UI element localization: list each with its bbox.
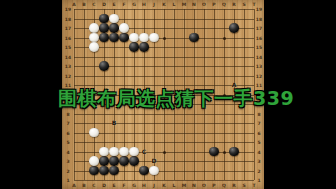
coordinate-label-right: 1 [257, 178, 260, 183]
coordinate-label-left: 3 [66, 159, 69, 164]
coordinate-label-top: C [92, 1, 95, 6]
coordinate-label-right: 14 [256, 54, 262, 59]
black-stone [99, 33, 109, 43]
star-point [223, 37, 226, 40]
coordinate-label-top: N [192, 1, 196, 6]
black-stone [99, 166, 109, 176]
coordinate-label-right: 15 [256, 45, 262, 50]
black-stone [99, 156, 109, 166]
coordinate-label-top: E [112, 1, 115, 6]
coordinate-label-left: 13 [65, 64, 71, 69]
coordinate-label-top: H [142, 1, 146, 6]
coordinate-label-bottom: M [182, 183, 186, 188]
grid-line-horizontal [74, 114, 254, 115]
coordinate-label-bottom: R [232, 183, 235, 188]
coordinate-label-bottom: O [202, 183, 206, 188]
move-candidate-B[interactable]: B [112, 120, 117, 126]
white-stone [99, 147, 109, 157]
black-stone [229, 147, 239, 157]
white-stone [119, 147, 129, 157]
coordinate-label-left: 4 [66, 149, 69, 154]
coordinate-label-left: 16 [65, 35, 71, 40]
coordinate-label-left: 1 [66, 178, 69, 183]
coordinate-label-bottom: J [153, 183, 155, 188]
coordinate-label-bottom: N [192, 183, 196, 188]
black-stone [189, 33, 199, 43]
grid-line-horizontal [74, 133, 254, 134]
letterbox-left [0, 0, 62, 189]
coordinate-label-left: 18 [65, 16, 71, 21]
black-stone [99, 61, 109, 71]
coordinate-label-bottom: P [212, 183, 215, 188]
coordinate-label-bottom: K [162, 183, 166, 188]
coordinate-label-right: 3 [257, 159, 260, 164]
coordinate-label-left: 5 [66, 140, 69, 145]
coordinate-label-left: 2 [66, 168, 69, 173]
coordinate-label-left: 19 [65, 7, 71, 12]
black-stone [109, 166, 119, 176]
coordinate-label-bottom: C [92, 183, 95, 188]
caption-text: 围棋布局选点猜下一手339 [58, 86, 336, 112]
black-stone [89, 166, 99, 176]
black-stone [119, 156, 129, 166]
white-stone [149, 166, 159, 176]
black-stone [99, 23, 109, 33]
coordinate-label-bottom: S [242, 183, 245, 188]
white-stone [149, 33, 159, 43]
grid-line-horizontal [74, 142, 254, 143]
coordinate-label-top: S [242, 1, 245, 6]
black-stone [139, 42, 149, 52]
coordinate-label-bottom: L [173, 183, 176, 188]
coordinate-label-bottom: B [82, 183, 85, 188]
black-stone [109, 33, 119, 43]
black-stone [109, 23, 119, 33]
white-stone [129, 147, 139, 157]
coordinate-label-top: A [72, 1, 75, 6]
coordinate-label-top: J [153, 1, 155, 6]
star-point [163, 151, 166, 154]
star-point [163, 37, 166, 40]
black-stone [99, 14, 109, 24]
coordinate-label-left: 7 [66, 121, 69, 126]
grid-line-horizontal [74, 180, 254, 181]
coordinate-label-bottom: E [112, 183, 115, 188]
coordinate-label-right: 12 [256, 73, 262, 78]
white-stone [89, 128, 99, 138]
coordinate-label-right: 4 [257, 149, 260, 154]
black-stone [119, 33, 129, 43]
coordinate-label-bottom: A [72, 183, 75, 188]
white-stone [89, 42, 99, 52]
black-stone [229, 23, 239, 33]
coordinate-label-left: 12 [65, 73, 71, 78]
coordinate-label-right: 18 [256, 16, 262, 21]
coordinate-label-bottom: T [252, 183, 255, 188]
coordinate-label-bottom: Q [222, 183, 226, 188]
grid-line-horizontal [74, 123, 254, 124]
white-stone [109, 147, 119, 157]
move-candidate-C[interactable]: C [142, 149, 146, 155]
coordinate-label-top: L [173, 1, 176, 6]
coordinate-label-top: Q [222, 1, 226, 6]
coordinate-label-top: M [182, 1, 186, 6]
coordinate-label-bottom: G [132, 183, 136, 188]
coordinate-label-left: 15 [65, 45, 71, 50]
white-stone [109, 14, 119, 24]
white-stone [89, 23, 99, 33]
coordinate-label-top: T [252, 1, 255, 6]
coordinate-label-right: 7 [257, 121, 260, 126]
coordinate-label-right: 13 [256, 64, 262, 69]
star-point [223, 151, 226, 154]
white-stone [89, 156, 99, 166]
coordinate-label-right: 16 [256, 35, 262, 40]
coordinate-label-bottom: F [122, 183, 125, 188]
move-candidate-D[interactable]: D [152, 158, 157, 164]
white-stone [119, 23, 129, 33]
coordinate-label-top: O [202, 1, 206, 6]
black-stone [139, 166, 149, 176]
video-frame: AABBCCDDEEFFGGHHJJKKLLMMNNOOPPQQRRSSTT19… [0, 0, 336, 189]
coordinate-label-bottom: D [102, 183, 106, 188]
black-stone [129, 42, 139, 52]
coordinate-label-top: D [102, 1, 106, 6]
white-stone [129, 33, 139, 43]
white-stone [139, 33, 149, 43]
coordinate-label-right: 2 [257, 168, 260, 173]
coordinate-label-top: R [232, 1, 235, 6]
coordinate-label-top: K [162, 1, 166, 6]
coordinate-label-right: 19 [256, 7, 262, 12]
coordinate-label-top: P [212, 1, 215, 6]
black-stone [209, 147, 219, 157]
coordinate-label-left: 17 [65, 26, 71, 31]
coordinate-label-top: G [132, 1, 136, 6]
black-stone [109, 156, 119, 166]
coordinate-label-top: F [122, 1, 125, 6]
black-stone [129, 156, 139, 166]
coordinate-label-right: 6 [257, 130, 260, 135]
coordinate-label-bottom: H [142, 183, 146, 188]
coordinate-label-left: 6 [66, 130, 69, 135]
coordinate-label-right: 5 [257, 140, 260, 145]
coordinate-label-right: 17 [256, 26, 262, 31]
coordinate-label-top: B [82, 1, 85, 6]
coordinate-label-left: 14 [65, 54, 71, 59]
white-stone [89, 33, 99, 43]
